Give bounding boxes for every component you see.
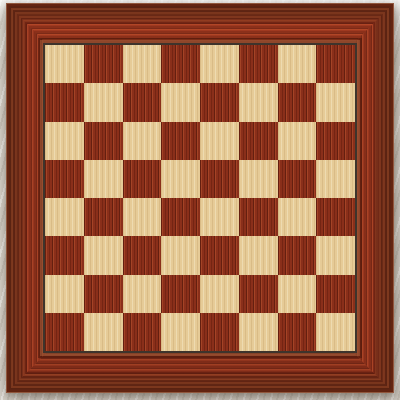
square-d2[interactable] [161, 275, 200, 313]
square-e6[interactable] [200, 122, 239, 160]
square-f7[interactable] [239, 83, 278, 121]
square-a2[interactable] [45, 275, 84, 313]
square-e4[interactable] [200, 198, 239, 236]
square-a4[interactable] [45, 198, 84, 236]
square-h6[interactable] [316, 122, 355, 160]
square-c3[interactable] [123, 236, 162, 274]
square-h3[interactable] [316, 236, 355, 274]
square-a5[interactable] [45, 160, 84, 198]
square-h7[interactable] [316, 83, 355, 121]
table-background [0, 0, 400, 400]
square-b3[interactable] [84, 236, 123, 274]
square-b8[interactable] [84, 45, 123, 83]
square-e8[interactable] [200, 45, 239, 83]
square-e2[interactable] [200, 275, 239, 313]
square-d8[interactable] [161, 45, 200, 83]
square-f1[interactable] [239, 313, 278, 351]
square-h2[interactable] [316, 275, 355, 313]
square-b5[interactable] [84, 160, 123, 198]
playing-area [43, 43, 357, 353]
square-g1[interactable] [278, 313, 317, 351]
square-g4[interactable] [278, 198, 317, 236]
square-g7[interactable] [278, 83, 317, 121]
square-d4[interactable] [161, 198, 200, 236]
square-e7[interactable] [200, 83, 239, 121]
square-d6[interactable] [161, 122, 200, 160]
square-d1[interactable] [161, 313, 200, 351]
square-e1[interactable] [200, 313, 239, 351]
square-h1[interactable] [316, 313, 355, 351]
square-g2[interactable] [278, 275, 317, 313]
chess-board [6, 3, 394, 393]
square-f4[interactable] [239, 198, 278, 236]
square-h4[interactable] [316, 198, 355, 236]
square-a8[interactable] [45, 45, 84, 83]
square-h8[interactable] [316, 45, 355, 83]
square-g8[interactable] [278, 45, 317, 83]
square-d7[interactable] [161, 83, 200, 121]
square-f2[interactable] [239, 275, 278, 313]
square-c2[interactable] [123, 275, 162, 313]
square-a1[interactable] [45, 313, 84, 351]
square-a3[interactable] [45, 236, 84, 274]
square-f3[interactable] [239, 236, 278, 274]
square-c4[interactable] [123, 198, 162, 236]
square-d3[interactable] [161, 236, 200, 274]
square-c1[interactable] [123, 313, 162, 351]
square-c8[interactable] [123, 45, 162, 83]
square-d5[interactable] [161, 160, 200, 198]
square-f8[interactable] [239, 45, 278, 83]
square-a7[interactable] [45, 83, 84, 121]
square-g6[interactable] [278, 122, 317, 160]
square-b4[interactable] [84, 198, 123, 236]
square-b1[interactable] [84, 313, 123, 351]
square-g5[interactable] [278, 160, 317, 198]
squares-grid [45, 45, 355, 351]
square-c5[interactable] [123, 160, 162, 198]
square-f6[interactable] [239, 122, 278, 160]
square-e5[interactable] [200, 160, 239, 198]
square-c7[interactable] [123, 83, 162, 121]
square-b2[interactable] [84, 275, 123, 313]
square-h5[interactable] [316, 160, 355, 198]
square-f5[interactable] [239, 160, 278, 198]
square-g3[interactable] [278, 236, 317, 274]
square-e3[interactable] [200, 236, 239, 274]
square-c6[interactable] [123, 122, 162, 160]
square-b6[interactable] [84, 122, 123, 160]
square-a6[interactable] [45, 122, 84, 160]
square-b7[interactable] [84, 83, 123, 121]
